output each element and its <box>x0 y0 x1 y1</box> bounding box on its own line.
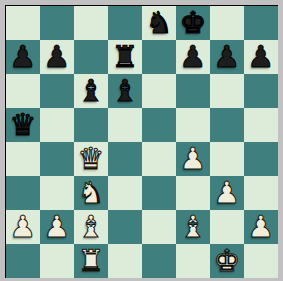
white-king[interactable]: ♚ <box>214 244 241 278</box>
square-b7[interactable]: ♟ <box>40 40 74 74</box>
white-pawn[interactable]: ♟ <box>248 210 275 244</box>
square-d6[interactable]: ♝ <box>108 74 142 108</box>
square-h4[interactable] <box>244 142 278 176</box>
square-a2[interactable]: ♟ <box>6 210 40 244</box>
black-queen[interactable]: ♛ <box>10 108 37 142</box>
black-rook[interactable]: ♜ <box>112 40 139 74</box>
square-e5[interactable] <box>142 108 176 142</box>
chessboard-frame: ♞♚♟♟♜♟♟♟♝♝♛♛♟♞♟♟♟♝♝♟♜♚ <box>0 0 283 281</box>
square-g8[interactable] <box>210 6 244 40</box>
square-f7[interactable]: ♟ <box>176 40 210 74</box>
square-d7[interactable]: ♜ <box>108 40 142 74</box>
square-d5[interactable] <box>108 108 142 142</box>
white-bishop[interactable]: ♝ <box>180 210 207 244</box>
square-e2[interactable] <box>142 210 176 244</box>
black-bishop[interactable]: ♝ <box>112 74 139 108</box>
black-king[interactable]: ♚ <box>180 6 207 40</box>
square-g3[interactable]: ♟ <box>210 176 244 210</box>
square-f5[interactable] <box>176 108 210 142</box>
square-h5[interactable] <box>244 108 278 142</box>
square-e7[interactable] <box>142 40 176 74</box>
white-pawn[interactable]: ♟ <box>44 210 71 244</box>
white-pawn[interactable]: ♟ <box>10 210 37 244</box>
square-g4[interactable] <box>210 142 244 176</box>
square-d4[interactable] <box>108 142 142 176</box>
square-c3[interactable]: ♞ <box>74 176 108 210</box>
square-a6[interactable] <box>6 74 40 108</box>
square-a5[interactable]: ♛ <box>6 108 40 142</box>
square-d2[interactable] <box>108 210 142 244</box>
square-a4[interactable] <box>6 142 40 176</box>
square-c5[interactable] <box>74 108 108 142</box>
square-b4[interactable] <box>40 142 74 176</box>
black-pawn[interactable]: ♟ <box>180 40 207 74</box>
square-d3[interactable] <box>108 176 142 210</box>
square-g7[interactable]: ♟ <box>210 40 244 74</box>
square-h7[interactable]: ♟ <box>244 40 278 74</box>
square-a8[interactable] <box>6 6 40 40</box>
black-pawn[interactable]: ♟ <box>248 40 275 74</box>
white-pawn[interactable]: ♟ <box>180 142 207 176</box>
white-pawn[interactable]: ♟ <box>214 176 241 210</box>
square-d1[interactable] <box>108 244 142 278</box>
square-g2[interactable] <box>210 210 244 244</box>
square-a7[interactable]: ♟ <box>6 40 40 74</box>
black-pawn[interactable]: ♟ <box>44 40 71 74</box>
square-c2[interactable]: ♝ <box>74 210 108 244</box>
white-queen[interactable]: ♛ <box>78 142 105 176</box>
black-bishop[interactable]: ♝ <box>78 74 105 108</box>
black-pawn[interactable]: ♟ <box>214 40 241 74</box>
black-pawn[interactable]: ♟ <box>10 40 37 74</box>
square-c1[interactable]: ♜ <box>74 244 108 278</box>
square-g6[interactable] <box>210 74 244 108</box>
square-h2[interactable]: ♟ <box>244 210 278 244</box>
square-h3[interactable] <box>244 176 278 210</box>
square-d8[interactable] <box>108 6 142 40</box>
square-e1[interactable] <box>142 244 176 278</box>
square-g5[interactable] <box>210 108 244 142</box>
square-b1[interactable] <box>40 244 74 278</box>
square-h6[interactable] <box>244 74 278 108</box>
square-e4[interactable] <box>142 142 176 176</box>
square-f6[interactable] <box>176 74 210 108</box>
black-knight[interactable]: ♞ <box>146 6 173 40</box>
white-knight[interactable]: ♞ <box>78 176 105 210</box>
square-c4[interactable]: ♛ <box>74 142 108 176</box>
square-h8[interactable] <box>244 6 278 40</box>
square-f8[interactable]: ♚ <box>176 6 210 40</box>
square-h1[interactable] <box>244 244 278 278</box>
square-a1[interactable] <box>6 244 40 278</box>
square-f2[interactable]: ♝ <box>176 210 210 244</box>
square-b2[interactable]: ♟ <box>40 210 74 244</box>
square-g1[interactable]: ♚ <box>210 244 244 278</box>
square-b3[interactable] <box>40 176 74 210</box>
square-a3[interactable] <box>6 176 40 210</box>
square-e6[interactable] <box>142 74 176 108</box>
square-f3[interactable] <box>176 176 210 210</box>
square-b5[interactable] <box>40 108 74 142</box>
square-c6[interactable]: ♝ <box>74 74 108 108</box>
square-f4[interactable]: ♟ <box>176 142 210 176</box>
square-e3[interactable] <box>142 176 176 210</box>
square-b6[interactable] <box>40 74 74 108</box>
chessboard: ♞♚♟♟♜♟♟♟♝♝♛♛♟♞♟♟♟♝♝♟♜♚ <box>5 5 278 278</box>
square-c8[interactable] <box>74 6 108 40</box>
white-bishop[interactable]: ♝ <box>78 210 105 244</box>
square-c7[interactable] <box>74 40 108 74</box>
white-rook[interactable]: ♜ <box>78 244 105 278</box>
square-b8[interactable] <box>40 6 74 40</box>
square-f1[interactable] <box>176 244 210 278</box>
square-e8[interactable]: ♞ <box>142 6 176 40</box>
